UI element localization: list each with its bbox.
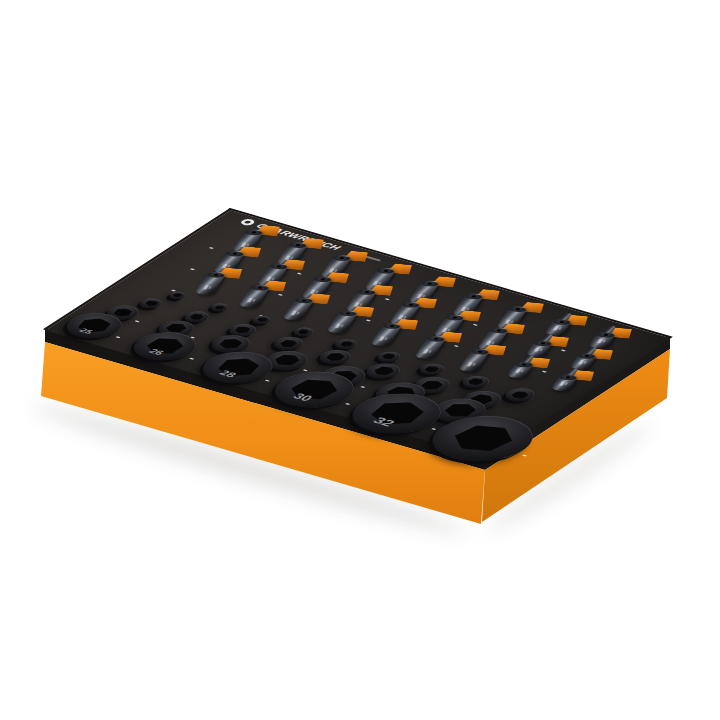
deep-socket <box>238 284 271 308</box>
hex-opening <box>508 389 532 400</box>
foam-size-mark <box>345 403 350 405</box>
foam-size-mark <box>473 324 478 326</box>
hex-opening <box>465 377 487 387</box>
foam-size-mark <box>542 371 547 373</box>
foam-size-mark <box>115 336 120 338</box>
product-photo: GEARWRENCH 2526283032 <box>0 0 720 720</box>
foam-size-mark <box>297 273 302 275</box>
hex-opening <box>369 364 397 377</box>
foam-size-mark <box>360 386 365 388</box>
hex-opening <box>441 419 526 457</box>
foam-size-mark <box>134 320 139 322</box>
deep-socket <box>550 374 579 392</box>
deep-socket <box>458 348 491 372</box>
foam-size-mark <box>366 319 371 321</box>
foam-size-mark <box>302 369 307 371</box>
hex-opening <box>255 316 269 322</box>
foam-size-mark <box>278 294 283 296</box>
foam-size-mark <box>431 428 436 430</box>
shallow-socket <box>331 337 361 350</box>
shallow-socket <box>136 297 166 310</box>
shallow-socket <box>458 374 495 390</box>
shallow-socket <box>500 386 540 404</box>
hex-opening <box>422 365 442 374</box>
shallow-socket <box>415 362 448 377</box>
foam-size-mark <box>561 349 566 351</box>
hex-opening <box>296 328 312 335</box>
deep-socket <box>414 335 447 359</box>
foam-size-mark <box>209 247 214 249</box>
hex-opening <box>379 352 398 361</box>
deep-socket <box>370 323 403 347</box>
hex-opening <box>337 340 355 348</box>
gearwrench-logo-icon <box>239 218 257 226</box>
shallow-socket <box>208 302 231 312</box>
hex-opening <box>323 351 348 362</box>
hex-opening <box>277 338 301 349</box>
deep-socket <box>194 271 227 295</box>
deep-socket <box>506 361 535 379</box>
deep-socket <box>326 310 359 334</box>
foam-size-mark <box>265 380 270 382</box>
hex-opening <box>172 292 184 297</box>
shallow-socket <box>269 335 309 353</box>
hex-opening <box>187 312 207 321</box>
hex-opening <box>143 300 160 307</box>
shallow-socket <box>167 290 189 300</box>
hex-opening <box>269 352 304 368</box>
deep-socket <box>282 297 315 321</box>
foam-size-mark <box>385 298 390 300</box>
shallow-socket <box>290 326 317 338</box>
shallow-socket <box>360 361 407 382</box>
shallow-socket <box>249 314 274 325</box>
hex-opening <box>213 304 227 310</box>
shallow-socket <box>373 350 405 364</box>
shallow-socket <box>314 347 357 366</box>
foam-size-mark <box>189 358 194 360</box>
hex-opening <box>232 325 253 334</box>
hex-opening <box>216 337 247 350</box>
foam-size-mark <box>454 345 459 347</box>
foam-size-mark <box>190 268 195 270</box>
